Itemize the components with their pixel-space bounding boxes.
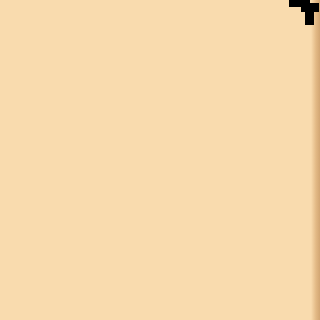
column-labels [0, 0, 298, 27]
row-labels [285, 21, 319, 320]
go-app-screen [0, 0, 320, 320]
go-board [0, 21, 298, 320]
app-logo-icon[interactable] [280, 0, 320, 30]
